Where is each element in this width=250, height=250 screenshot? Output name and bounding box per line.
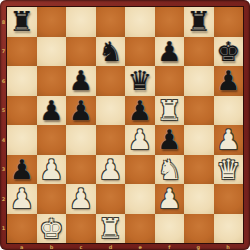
- square-b6[interactable]: [37, 66, 67, 96]
- black-pawn-piece[interactable]: ♟: [128, 96, 152, 126]
- square-c1[interactable]: [66, 214, 96, 244]
- square-d1[interactable]: ♜: [96, 214, 126, 244]
- file-label-c: c: [66, 243, 95, 250]
- square-c4[interactable]: [66, 125, 96, 155]
- square-e6[interactable]: ♛: [125, 66, 155, 96]
- black-queen-piece[interactable]: ♛: [128, 66, 152, 96]
- square-h1[interactable]: [214, 214, 244, 244]
- white-queen-piece[interactable]: ♛: [216, 155, 240, 185]
- square-e1[interactable]: [125, 214, 155, 244]
- square-d6[interactable]: [96, 66, 126, 96]
- file-labels: abcdefgh: [7, 243, 243, 250]
- square-h8[interactable]: [214, 7, 244, 37]
- square-h3[interactable]: ♛: [214, 155, 244, 185]
- square-b1[interactable]: ♚: [37, 214, 67, 244]
- black-rook-piece[interactable]: ♜: [187, 7, 211, 37]
- square-g3[interactable]: [184, 155, 214, 185]
- white-pawn-piece[interactable]: ♟: [157, 184, 181, 214]
- white-pawn-piece[interactable]: ♟: [69, 184, 93, 214]
- file-label-e: e: [125, 243, 155, 250]
- black-pawn-piece[interactable]: ♟: [69, 66, 93, 96]
- black-king-piece[interactable]: ♚: [216, 37, 240, 67]
- file-label-f: f: [155, 243, 183, 250]
- square-d2[interactable]: [96, 184, 126, 214]
- square-g1[interactable]: [184, 214, 214, 244]
- square-f1[interactable]: [155, 214, 185, 244]
- square-f4[interactable]: ♟: [155, 125, 185, 155]
- square-e4[interactable]: ♟: [125, 125, 155, 155]
- square-a3[interactable]: ♟: [7, 155, 37, 185]
- square-c8[interactable]: [66, 7, 96, 37]
- square-d7[interactable]: ♞: [96, 37, 126, 67]
- square-d4[interactable]: [96, 125, 126, 155]
- square-c3[interactable]: [66, 155, 96, 185]
- file-label-a: a: [7, 243, 37, 250]
- square-e2[interactable]: [125, 184, 155, 214]
- square-h6[interactable]: ♟: [214, 66, 244, 96]
- square-c7[interactable]: [66, 37, 96, 67]
- file-label-g: g: [183, 243, 213, 250]
- black-rook-piece[interactable]: ♜: [10, 7, 34, 37]
- square-f6[interactable]: [155, 66, 185, 96]
- black-pawn-piece[interactable]: ♟: [157, 37, 181, 67]
- square-f5[interactable]: ♜: [155, 96, 185, 126]
- white-pawn-piece[interactable]: ♟: [98, 155, 122, 185]
- square-a5[interactable]: [7, 96, 37, 126]
- square-b4[interactable]: [37, 125, 67, 155]
- white-knight-piece[interactable]: ♞: [157, 155, 181, 185]
- rank-label-4: 4: [0, 125, 7, 155]
- square-b5[interactable]: ♟: [37, 96, 67, 126]
- square-d3[interactable]: ♟: [96, 155, 126, 185]
- square-a2[interactable]: ♟: [7, 184, 37, 214]
- white-rook-piece[interactable]: ♜: [98, 214, 122, 244]
- square-b7[interactable]: [37, 37, 67, 67]
- white-pawn-piece[interactable]: ♟: [10, 184, 34, 214]
- file-label-d: d: [96, 243, 126, 250]
- square-b8[interactable]: [37, 7, 67, 37]
- square-c2[interactable]: ♟: [66, 184, 96, 214]
- square-a6[interactable]: [7, 66, 37, 96]
- square-h4[interactable]: ♟: [214, 125, 244, 155]
- square-b2[interactable]: [37, 184, 67, 214]
- black-pawn-piece[interactable]: ♟: [10, 155, 34, 185]
- square-g4[interactable]: [184, 125, 214, 155]
- square-d5[interactable]: [96, 96, 126, 126]
- square-e7[interactable]: [125, 37, 155, 67]
- file-label-h: h: [213, 243, 243, 250]
- white-king-piece[interactable]: ♚: [39, 214, 63, 244]
- rank-label-7: 7: [0, 37, 7, 67]
- black-pawn-piece[interactable]: ♟: [39, 96, 63, 126]
- rank-label-6: 6: [0, 66, 7, 96]
- file-label-b: b: [37, 243, 67, 250]
- square-c6[interactable]: ♟: [66, 66, 96, 96]
- square-c5[interactable]: ♟: [66, 96, 96, 126]
- rank-label-1: 1: [0, 214, 7, 244]
- square-g5[interactable]: [184, 96, 214, 126]
- rank-label-5: 5: [0, 96, 7, 126]
- black-pawn-piece[interactable]: ♟: [157, 125, 181, 155]
- white-rook-piece[interactable]: ♜: [157, 96, 181, 126]
- rank-label-8: 8: [0, 7, 7, 37]
- square-g8[interactable]: ♜: [184, 7, 214, 37]
- white-pawn-piece[interactable]: ♟: [128, 125, 152, 155]
- square-h5[interactable]: [214, 96, 244, 126]
- square-a4[interactable]: [7, 125, 37, 155]
- square-f8[interactable]: [155, 7, 185, 37]
- square-g2[interactable]: [184, 184, 214, 214]
- rank-label-2: 2: [0, 184, 7, 214]
- square-h7[interactable]: ♚: [214, 37, 244, 67]
- rank-label-3: 3: [0, 155, 7, 185]
- black-pawn-piece[interactable]: ♟: [216, 66, 240, 96]
- chess-board: ♜♜♞♟♚♟♛♟♟♟♟♜♟♟♟♟♟♟♞♛♟♟♟♚♜: [7, 7, 243, 243]
- square-e8[interactable]: [125, 7, 155, 37]
- square-e5[interactable]: ♟: [125, 96, 155, 126]
- black-pawn-piece[interactable]: ♟: [69, 96, 93, 126]
- square-a8[interactable]: ♜: [7, 7, 37, 37]
- square-f2[interactable]: ♟: [155, 184, 185, 214]
- square-e3[interactable]: [125, 155, 155, 185]
- square-a1[interactable]: [7, 214, 37, 244]
- board-frame: 87654321 abcdefgh ♜♜♞♟♚♟♛♟♟♟♟♜♟♟♟♟♟♟♞♛♟♟…: [0, 0, 250, 250]
- square-g7[interactable]: [184, 37, 214, 67]
- square-h2[interactable]: [214, 184, 244, 214]
- square-a7[interactable]: [7, 37, 37, 67]
- black-knight-piece[interactable]: ♞: [98, 37, 122, 67]
- white-pawn-piece[interactable]: ♟: [39, 155, 63, 185]
- square-g6[interactable]: [184, 66, 214, 96]
- square-f3[interactable]: ♞: [155, 155, 185, 185]
- square-d8[interactable]: [96, 7, 126, 37]
- square-b3[interactable]: ♟: [37, 155, 67, 185]
- square-f7[interactable]: ♟: [155, 37, 185, 67]
- rank-labels: 87654321: [0, 7, 7, 243]
- white-pawn-piece[interactable]: ♟: [216, 125, 240, 155]
